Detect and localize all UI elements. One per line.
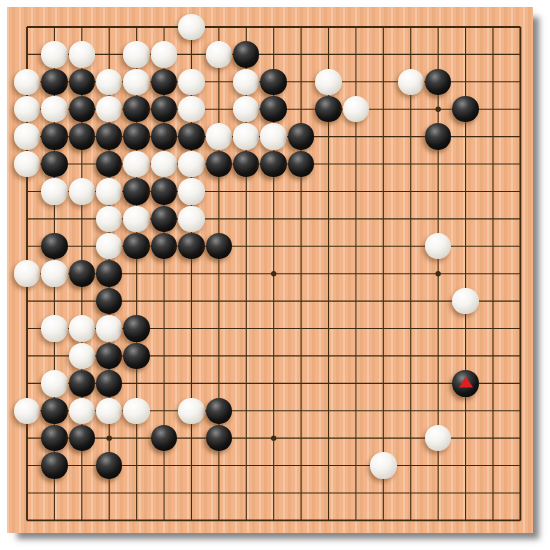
stone-black xyxy=(69,123,95,149)
stone-black xyxy=(151,123,177,149)
stone-black xyxy=(123,178,149,204)
stone-black xyxy=(151,233,177,259)
stone-white xyxy=(69,41,95,67)
stone-white xyxy=(178,178,204,204)
stone-white xyxy=(96,315,122,341)
stone-black xyxy=(178,233,204,259)
stone-black xyxy=(96,151,122,177)
stone-white xyxy=(370,452,396,478)
stone-black xyxy=(69,425,95,451)
stone-black xyxy=(96,452,122,478)
stone-black xyxy=(123,96,149,122)
stone-white xyxy=(178,151,204,177)
stone-black xyxy=(123,315,149,341)
stone-black xyxy=(96,260,122,286)
stone-black xyxy=(233,41,259,67)
stone-black xyxy=(123,123,149,149)
stone-white xyxy=(233,96,259,122)
stone-white xyxy=(425,233,451,259)
stone-white xyxy=(69,178,95,204)
stone-black xyxy=(288,151,314,177)
stone-black xyxy=(69,96,95,122)
stone-black xyxy=(41,123,67,149)
stone-black xyxy=(452,96,478,122)
stone-black xyxy=(151,206,177,232)
stone-black xyxy=(260,96,286,122)
stone-white xyxy=(41,178,67,204)
stone-black xyxy=(206,233,232,259)
goban[interactable] xyxy=(7,7,533,533)
stone-black xyxy=(452,370,478,396)
stone-black xyxy=(41,151,67,177)
stone-white xyxy=(14,398,40,424)
stone-white xyxy=(41,96,67,122)
stone-black xyxy=(96,288,122,314)
stone-black xyxy=(41,452,67,478)
stone-white xyxy=(233,69,259,95)
stone-white xyxy=(14,69,40,95)
stone-white xyxy=(123,41,149,67)
stone-black xyxy=(69,370,95,396)
stone-black xyxy=(151,96,177,122)
stone-white xyxy=(151,151,177,177)
last-move-marker xyxy=(459,377,473,388)
stone-black xyxy=(206,398,232,424)
stone-white xyxy=(178,14,204,40)
stone-white xyxy=(41,315,67,341)
stone-white xyxy=(178,69,204,95)
stone-white xyxy=(178,206,204,232)
stone-black xyxy=(233,151,259,177)
stone-white xyxy=(425,425,451,451)
stone-black xyxy=(69,260,95,286)
stone-white xyxy=(343,96,369,122)
stone-white xyxy=(123,398,149,424)
stone-white xyxy=(151,41,177,67)
stone-white xyxy=(14,123,40,149)
stone-white xyxy=(178,398,204,424)
stone-black xyxy=(151,69,177,95)
stone-white xyxy=(206,41,232,67)
stone-white xyxy=(41,370,67,396)
stone-white xyxy=(96,206,122,232)
stone-black xyxy=(288,123,314,149)
stone-black xyxy=(260,151,286,177)
stone-white xyxy=(96,233,122,259)
stone-white xyxy=(178,96,204,122)
stone-white xyxy=(41,41,67,67)
stone-black xyxy=(96,370,122,396)
stone-white xyxy=(69,343,95,369)
stone-black xyxy=(41,425,67,451)
stone-white xyxy=(96,398,122,424)
stone-black xyxy=(69,69,95,95)
stone-white xyxy=(41,260,67,286)
stone-white xyxy=(14,151,40,177)
stone-white xyxy=(69,315,95,341)
stone-white xyxy=(14,260,40,286)
stone-black xyxy=(96,343,122,369)
stone-black xyxy=(41,233,67,259)
stone-white xyxy=(206,123,232,149)
stone-black xyxy=(41,398,67,424)
stone-white xyxy=(96,178,122,204)
stone-black xyxy=(315,96,341,122)
stone-white xyxy=(69,398,95,424)
stone-white xyxy=(123,69,149,95)
stone-white xyxy=(398,69,424,95)
stone-black xyxy=(96,123,122,149)
page xyxy=(0,0,550,550)
stone-white xyxy=(452,288,478,314)
stone-white xyxy=(260,123,286,149)
stone-black xyxy=(41,69,67,95)
stone-white xyxy=(123,206,149,232)
stone-white xyxy=(96,69,122,95)
stone-black xyxy=(425,123,451,149)
stone-black xyxy=(260,69,286,95)
stone-white xyxy=(233,123,259,149)
stone-white xyxy=(315,69,341,95)
stone-black xyxy=(178,123,204,149)
stone-black xyxy=(206,151,232,177)
stone-black xyxy=(151,178,177,204)
stone-white xyxy=(96,96,122,122)
stone-white xyxy=(123,151,149,177)
stones-layer xyxy=(7,7,533,533)
stone-black xyxy=(123,343,149,369)
stone-white xyxy=(14,96,40,122)
stone-black xyxy=(206,425,232,451)
stone-black xyxy=(425,69,451,95)
stone-black xyxy=(151,425,177,451)
stone-black xyxy=(123,233,149,259)
